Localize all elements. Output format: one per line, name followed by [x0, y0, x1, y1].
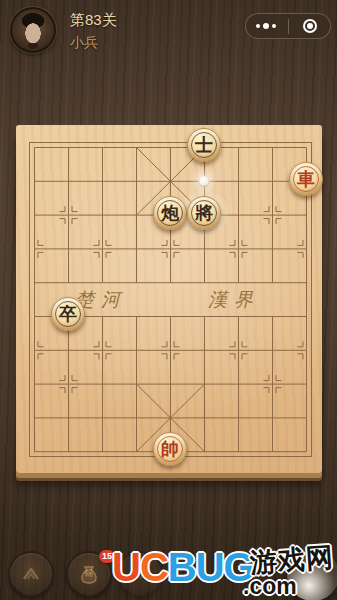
help-label: 求助 — [129, 567, 151, 582]
piece-black-general[interactable]: 將 — [187, 196, 221, 230]
xiangqi-board[interactable]: 楚河 漢界 士車炮將卒帥 — [16, 125, 322, 473]
piece-red-chariot[interactable]: 車 — [289, 162, 323, 196]
sphere-button[interactable] — [287, 549, 337, 600]
level-label: 第83关 — [70, 11, 117, 30]
pieces-layer: 士車炮將卒帥 — [17, 130, 323, 468]
piece-black-soldier[interactable]: 卒 — [51, 297, 85, 331]
chevron-up-icon — [18, 561, 44, 587]
app-screen: 第83关 小兵 — [0, 0, 337, 600]
hint-bag-label: 锦 — [68, 567, 110, 580]
watermark-letter: B — [168, 545, 196, 589]
exit-button[interactable] — [289, 13, 332, 39]
collapse-button[interactable] — [8, 551, 54, 597]
more-button[interactable] — [245, 13, 288, 39]
move-indicator-dot — [199, 176, 209, 186]
player-avatar — [10, 7, 56, 53]
watermark-letter: U — [196, 545, 224, 589]
header-titles: 第83关 小兵 — [70, 11, 117, 52]
piece-black-advisor[interactable]: 士 — [187, 128, 221, 162]
piece-black-cannon[interactable]: 炮 — [153, 196, 187, 230]
watermark-letter: G — [224, 545, 254, 589]
target-circle-icon — [303, 19, 317, 33]
more-dots-icon — [256, 23, 276, 29]
piece-red-general[interactable]: 帥 — [153, 432, 187, 466]
rank-label: 小兵 — [70, 34, 117, 52]
hint-bag-button[interactable]: 锦 15 — [66, 551, 112, 597]
hint-badge: 15 — [99, 550, 115, 563]
wechat-capsule — [245, 13, 331, 39]
help-button[interactable]: 求助 — [117, 551, 163, 597]
